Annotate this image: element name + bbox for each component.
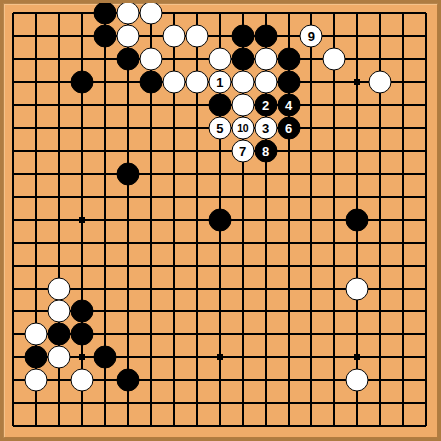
intersection-13-4 (277, 71, 300, 94)
move-4-black-stone: 4 (277, 94, 300, 117)
move-5-white-stone: 5 (208, 117, 231, 140)
intersection-14-18 (300, 392, 323, 415)
intersection-18-7 (392, 140, 415, 163)
intersection-16-16 (346, 346, 369, 369)
intersection-7-2 (140, 25, 163, 48)
intersection-1-4 (2, 71, 25, 94)
intersection-4-1 (71, 2, 94, 25)
intersection-8-7 (162, 140, 185, 163)
intersection-7-16 (140, 346, 163, 369)
intersection-13-19 (277, 415, 300, 438)
intersection-13-7 (277, 140, 300, 163)
intersection-10-6: 5 (208, 117, 231, 140)
intersection-18-14 (392, 300, 415, 323)
intersection-11-14 (231, 300, 254, 323)
intersection-13-10 (277, 208, 300, 231)
black-stone (231, 48, 254, 71)
intersection-7-14 (140, 300, 163, 323)
intersection-19-17 (415, 369, 438, 392)
intersection-16-3 (346, 48, 369, 71)
white-stone (185, 25, 208, 48)
intersection-12-18 (254, 392, 277, 415)
intersection-7-13 (140, 277, 163, 300)
intersection-5-5 (94, 94, 117, 117)
intersection-17-8 (369, 162, 392, 185)
intersection-4-18 (71, 392, 94, 415)
intersection-19-13 (415, 277, 438, 300)
intersection-6-3 (117, 48, 140, 71)
intersection-1-8 (2, 162, 25, 185)
intersection-7-18 (140, 392, 163, 415)
intersection-2-1 (25, 2, 48, 25)
intersection-4-16 (71, 346, 94, 369)
intersection-14-9 (300, 185, 323, 208)
move-1-white-stone: 1 (208, 71, 231, 94)
intersection-11-18 (231, 392, 254, 415)
intersection-18-6 (392, 117, 415, 140)
intersection-16-12 (346, 254, 369, 277)
white-stone (71, 369, 94, 392)
intersection-7-17 (140, 369, 163, 392)
intersection-10-1 (208, 2, 231, 25)
intersection-14-4 (300, 71, 323, 94)
intersection-16-4 (346, 71, 369, 94)
intersection-6-9 (117, 185, 140, 208)
intersection-6-18 (117, 392, 140, 415)
intersection-6-17 (117, 369, 140, 392)
intersection-17-7 (369, 140, 392, 163)
intersection-3-9 (48, 185, 71, 208)
intersection-11-19 (231, 415, 254, 438)
intersection-14-16 (300, 346, 323, 369)
white-stone (48, 277, 71, 300)
intersection-10-13 (208, 277, 231, 300)
intersection-10-10 (208, 208, 231, 231)
intersection-15-15 (323, 323, 346, 346)
intersection-18-3 (392, 48, 415, 71)
intersection-5-1 (94, 2, 117, 25)
intersection-8-17 (162, 369, 185, 392)
intersection-15-6 (323, 117, 346, 140)
intersection-14-14 (300, 300, 323, 323)
intersection-10-2 (208, 25, 231, 48)
intersection-17-16 (369, 346, 392, 369)
intersection-13-17 (277, 369, 300, 392)
intersection-2-2 (25, 25, 48, 48)
intersection-12-13 (254, 277, 277, 300)
black-stone (48, 323, 71, 346)
intersection-15-18 (323, 392, 346, 415)
intersection-17-18 (369, 392, 392, 415)
intersection-4-5 (71, 94, 94, 117)
intersection-2-12 (25, 254, 48, 277)
intersection-14-6 (300, 117, 323, 140)
intersection-1-19 (2, 415, 25, 438)
intersection-8-14 (162, 300, 185, 323)
intersection-4-17 (71, 369, 94, 392)
intersection-18-16 (392, 346, 415, 369)
move-10-white-stone: 10 (231, 117, 254, 140)
intersection-17-1 (369, 2, 392, 25)
intersection-7-3 (140, 48, 163, 71)
intersection-6-7 (117, 140, 140, 163)
intersection-14-19 (300, 415, 323, 438)
move-3-white-stone: 3 (254, 117, 277, 140)
intersection-9-16 (185, 346, 208, 369)
intersection-5-2 (94, 25, 117, 48)
black-stone (71, 71, 94, 94)
intersection-16-2 (346, 25, 369, 48)
intersection-9-12 (185, 254, 208, 277)
intersection-3-14 (48, 300, 71, 323)
intersection-16-19 (346, 415, 369, 438)
intersection-7-1 (140, 2, 163, 25)
white-stone (139, 48, 162, 71)
intersection-19-8 (415, 162, 438, 185)
intersection-14-10 (300, 208, 323, 231)
white-stone (323, 48, 346, 71)
intersection-8-12 (162, 254, 185, 277)
intersection-5-18 (94, 392, 117, 415)
intersection-2-4 (25, 71, 48, 94)
intersection-15-8 (323, 162, 346, 185)
intersection-2-5 (25, 94, 48, 117)
intersection-15-17 (323, 369, 346, 392)
white-stone (25, 323, 48, 346)
intersection-17-5 (369, 94, 392, 117)
intersection-1-12 (2, 254, 25, 277)
intersection-1-5 (2, 94, 25, 117)
intersection-4-12 (71, 254, 94, 277)
intersection-12-15 (254, 323, 277, 346)
intersection-15-4 (323, 71, 346, 94)
intersection-13-8 (277, 162, 300, 185)
intersection-12-5: 2 (254, 94, 277, 117)
intersection-16-8 (346, 162, 369, 185)
intersection-5-3 (94, 48, 117, 71)
intersection-11-4 (231, 71, 254, 94)
star-point (79, 217, 85, 223)
intersection-19-6 (415, 117, 438, 140)
intersection-8-3 (162, 48, 185, 71)
intersection-1-14 (2, 300, 25, 323)
intersection-9-8 (185, 162, 208, 185)
intersection-11-11 (231, 231, 254, 254)
intersection-8-16 (162, 346, 185, 369)
intersection-2-19 (25, 415, 48, 438)
intersection-14-12 (300, 254, 323, 277)
intersection-11-7: 7 (231, 140, 254, 163)
white-stone (208, 48, 231, 71)
intersection-19-2 (415, 25, 438, 48)
white-stone (117, 25, 140, 48)
intersection-16-5 (346, 94, 369, 117)
intersection-15-1 (323, 2, 346, 25)
intersection-3-11 (48, 231, 71, 254)
intersection-2-11 (25, 231, 48, 254)
intersection-19-9 (415, 185, 438, 208)
intersection-17-3 (369, 48, 392, 71)
intersection-8-13 (162, 277, 185, 300)
intersection-16-11 (346, 231, 369, 254)
white-stone (162, 25, 185, 48)
intersection-7-10 (140, 208, 163, 231)
intersection-3-18 (48, 392, 71, 415)
white-stone (369, 71, 392, 94)
intersection-12-14 (254, 300, 277, 323)
intersection-14-15 (300, 323, 323, 346)
intersection-3-1 (48, 2, 71, 25)
intersection-10-8 (208, 162, 231, 185)
white-stone (139, 2, 162, 25)
intersection-2-17 (25, 369, 48, 392)
intersection-9-17 (185, 369, 208, 392)
black-stone (139, 71, 162, 94)
star-point (79, 354, 85, 360)
intersection-14-8 (300, 162, 323, 185)
intersection-8-8 (162, 162, 185, 185)
intersection-13-13 (277, 277, 300, 300)
intersection-2-6 (25, 117, 48, 140)
intersection-5-7 (94, 140, 117, 163)
intersection-1-17 (2, 369, 25, 392)
intersection-7-19 (140, 415, 163, 438)
intersection-13-3 (277, 48, 300, 71)
intersection-12-3 (254, 48, 277, 71)
intersection-12-6: 3 (254, 117, 277, 140)
intersection-2-3 (25, 48, 48, 71)
intersection-11-10 (231, 208, 254, 231)
intersection-6-6 (117, 117, 140, 140)
intersection-17-2 (369, 25, 392, 48)
intersection-3-4 (48, 71, 71, 94)
intersection-11-12 (231, 254, 254, 277)
intersection-6-1 (117, 2, 140, 25)
white-stone (117, 2, 140, 25)
intersection-10-15 (208, 323, 231, 346)
intersection-10-17 (208, 369, 231, 392)
intersection-1-2 (2, 25, 25, 48)
go-grid: 91245103678 (2, 2, 438, 438)
intersection-13-9 (277, 185, 300, 208)
black-stone (208, 208, 231, 231)
white-stone (254, 48, 277, 71)
intersection-1-15 (2, 323, 25, 346)
intersection-16-10 (346, 208, 369, 231)
intersection-9-18 (185, 392, 208, 415)
intersection-15-11 (323, 231, 346, 254)
intersection-11-6: 10 (231, 117, 254, 140)
intersection-18-19 (392, 415, 415, 438)
intersection-9-7 (185, 140, 208, 163)
intersection-9-10 (185, 208, 208, 231)
white-stone (254, 71, 277, 94)
intersection-17-15 (369, 323, 392, 346)
intersection-10-3 (208, 48, 231, 71)
intersection-18-13 (392, 277, 415, 300)
intersection-18-10 (392, 208, 415, 231)
black-stone (71, 300, 94, 323)
intersection-15-19 (323, 415, 346, 438)
intersection-14-1 (300, 2, 323, 25)
move-9-white-stone: 9 (300, 25, 323, 48)
intersection-11-2 (231, 25, 254, 48)
intersection-13-12 (277, 254, 300, 277)
intersection-9-3 (185, 48, 208, 71)
white-stone (48, 346, 71, 369)
intersection-4-8 (71, 162, 94, 185)
intersection-17-9 (369, 185, 392, 208)
intersection-2-8 (25, 162, 48, 185)
intersection-3-5 (48, 94, 71, 117)
intersection-4-19 (71, 415, 94, 438)
intersection-4-9 (71, 185, 94, 208)
intersection-1-1 (2, 2, 25, 25)
intersection-17-12 (369, 254, 392, 277)
black-stone (94, 2, 117, 25)
intersection-18-4 (392, 71, 415, 94)
intersection-3-10 (48, 208, 71, 231)
intersection-9-4 (185, 71, 208, 94)
intersection-6-2 (117, 25, 140, 48)
intersection-16-17 (346, 369, 369, 392)
intersection-2-13 (25, 277, 48, 300)
intersection-9-11 (185, 231, 208, 254)
intersection-5-14 (94, 300, 117, 323)
intersection-11-16 (231, 346, 254, 369)
black-stone (254, 25, 277, 48)
intersection-10-12 (208, 254, 231, 277)
intersection-1-9 (2, 185, 25, 208)
intersection-2-10 (25, 208, 48, 231)
intersection-7-11 (140, 231, 163, 254)
intersection-5-9 (94, 185, 117, 208)
intersection-18-15 (392, 323, 415, 346)
intersection-5-6 (94, 117, 117, 140)
intersection-11-9 (231, 185, 254, 208)
white-stone (231, 71, 254, 94)
intersection-7-9 (140, 185, 163, 208)
intersection-15-3 (323, 48, 346, 71)
intersection-19-18 (415, 392, 438, 415)
intersection-4-14 (71, 300, 94, 323)
intersection-6-13 (117, 277, 140, 300)
intersection-6-19 (117, 415, 140, 438)
move-6-black-stone: 6 (277, 117, 300, 140)
star-point (354, 354, 360, 360)
intersection-1-6 (2, 117, 25, 140)
white-stone (346, 369, 369, 392)
go-board: 91245103678 (0, 0, 441, 441)
star-point (217, 354, 223, 360)
intersection-8-1 (162, 2, 185, 25)
black-stone (117, 48, 140, 71)
black-stone (231, 25, 254, 48)
intersection-14-11 (300, 231, 323, 254)
intersection-16-7 (346, 140, 369, 163)
intersection-6-12 (117, 254, 140, 277)
intersection-15-2 (323, 25, 346, 48)
intersection-8-15 (162, 323, 185, 346)
intersection-11-5 (231, 94, 254, 117)
intersection-1-3 (2, 48, 25, 71)
intersection-3-12 (48, 254, 71, 277)
intersection-2-15 (25, 323, 48, 346)
intersection-1-11 (2, 231, 25, 254)
intersection-5-19 (94, 415, 117, 438)
intersection-17-4 (369, 71, 392, 94)
black-stone (208, 94, 231, 117)
intersection-10-11 (208, 231, 231, 254)
intersection-14-17 (300, 369, 323, 392)
intersection-7-8 (140, 162, 163, 185)
intersection-19-12 (415, 254, 438, 277)
intersection-5-12 (94, 254, 117, 277)
intersection-8-18 (162, 392, 185, 415)
intersection-16-1 (346, 2, 369, 25)
intersection-12-8 (254, 162, 277, 185)
intersection-7-7 (140, 140, 163, 163)
intersection-9-6 (185, 117, 208, 140)
intersection-16-15 (346, 323, 369, 346)
white-stone (231, 94, 254, 117)
intersection-12-16 (254, 346, 277, 369)
intersection-19-4 (415, 71, 438, 94)
intersection-10-4: 1 (208, 71, 231, 94)
intersection-12-9 (254, 185, 277, 208)
intersection-9-14 (185, 300, 208, 323)
intersection-9-15 (185, 323, 208, 346)
intersection-13-18 (277, 392, 300, 415)
intersection-5-16 (94, 346, 117, 369)
intersection-3-7 (48, 140, 71, 163)
intersection-13-6: 6 (277, 117, 300, 140)
black-stone (71, 323, 94, 346)
intersection-10-5 (208, 94, 231, 117)
intersection-18-18 (392, 392, 415, 415)
black-stone (117, 369, 140, 392)
intersection-6-15 (117, 323, 140, 346)
intersection-6-8 (117, 162, 140, 185)
star-point (354, 79, 360, 85)
intersection-5-10 (94, 208, 117, 231)
intersection-12-2 (254, 25, 277, 48)
intersection-4-15 (71, 323, 94, 346)
intersection-12-10 (254, 208, 277, 231)
intersection-19-1 (415, 2, 438, 25)
intersection-13-14 (277, 300, 300, 323)
intersection-8-2 (162, 25, 185, 48)
intersection-19-3 (415, 48, 438, 71)
black-stone (117, 162, 140, 185)
intersection-3-2 (48, 25, 71, 48)
black-stone (277, 71, 300, 94)
intersection-18-2 (392, 25, 415, 48)
intersection-12-4 (254, 71, 277, 94)
intersection-6-14 (117, 300, 140, 323)
intersection-14-2: 9 (300, 25, 323, 48)
intersection-10-16 (208, 346, 231, 369)
intersection-11-3 (231, 48, 254, 71)
intersection-9-2 (185, 25, 208, 48)
intersection-4-6 (71, 117, 94, 140)
intersection-15-9 (323, 185, 346, 208)
intersection-7-5 (140, 94, 163, 117)
intersection-18-17 (392, 369, 415, 392)
intersection-8-19 (162, 415, 185, 438)
intersection-4-10 (71, 208, 94, 231)
intersection-10-9 (208, 185, 231, 208)
